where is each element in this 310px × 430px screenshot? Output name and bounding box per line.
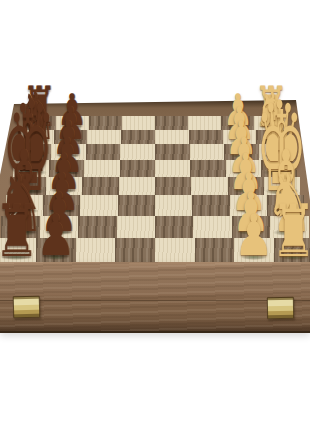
square-r1c3[interactable] (121, 130, 155, 145)
square-r1c4[interactable] (155, 130, 189, 145)
square-r5c2[interactable] (80, 195, 117, 216)
square-r2c4[interactable] (155, 144, 190, 160)
square-r5c3[interactable] (118, 195, 155, 216)
black-pawn[interactable]: ♟ (34, 208, 78, 265)
square-r5c5[interactable] (192, 195, 229, 216)
square-r2c2[interactable] (86, 144, 121, 160)
white-rook[interactable]: ♜ (268, 195, 310, 267)
square-r6c4[interactable] (155, 216, 193, 239)
square-r3c3[interactable] (120, 160, 155, 177)
square-r4c2[interactable] (82, 177, 118, 196)
square-r2c3[interactable] (120, 144, 155, 160)
brass-clasp-right[interactable] (267, 297, 294, 319)
square-r4c5[interactable] (191, 177, 227, 196)
square-r7c4[interactable] (155, 238, 195, 263)
square-r0c5[interactable] (188, 116, 221, 130)
square-r3c2[interactable] (84, 160, 119, 177)
square-r6c2[interactable] (78, 216, 116, 239)
square-r0c2[interactable] (89, 116, 122, 130)
square-r4c3[interactable] (119, 177, 155, 196)
square-r3c5[interactable] (190, 160, 225, 177)
case-lid-seam (0, 300, 310, 301)
brass-clasp-left[interactable] (13, 296, 41, 319)
square-r6c5[interactable] (193, 216, 231, 239)
square-r1c2[interactable] (87, 130, 121, 145)
square-r7c5[interactable] (195, 238, 235, 263)
square-r1c5[interactable] (189, 130, 223, 145)
square-r6c3[interactable] (117, 216, 155, 239)
product-photo: ♜♟♟♜♞♟♟♞♝♟♟♝♛♟♟♛♚♟♟♚♝♟♟♝♞♟♟♞♜♟♟♜ (0, 0, 310, 430)
square-r0c3[interactable] (122, 116, 155, 130)
square-r3c4[interactable] (155, 160, 190, 177)
square-r5c4[interactable] (155, 195, 192, 216)
square-r7c2[interactable] (76, 238, 116, 263)
square-r0c4[interactable] (155, 116, 188, 130)
case-front (0, 262, 310, 333)
square-r2c5[interactable] (190, 144, 225, 160)
square-r4c4[interactable] (155, 177, 191, 196)
square-r7c3[interactable] (115, 238, 155, 263)
